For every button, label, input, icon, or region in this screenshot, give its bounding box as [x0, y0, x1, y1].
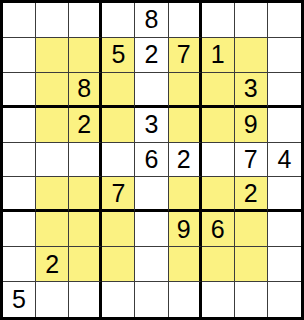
sudoku-board: 85271832396274729625: [0, 0, 304, 320]
cell-r4c1[interactable]: [3, 108, 36, 143]
cell-r7c6[interactable]: 9: [169, 212, 202, 247]
cell-r5c7[interactable]: [202, 143, 235, 178]
cell-r8c7[interactable]: [202, 247, 235, 282]
cell-r4c8[interactable]: 9: [235, 108, 268, 143]
cell-r9c1[interactable]: 5: [3, 282, 36, 317]
cell-r7c4[interactable]: [102, 212, 135, 247]
cell-r7c3[interactable]: [69, 212, 102, 247]
cell-r9c2[interactable]: [36, 282, 69, 317]
cell-r3c8[interactable]: 3: [235, 73, 268, 108]
cell-r3c6[interactable]: [169, 73, 202, 108]
cell-r6c2[interactable]: [36, 177, 69, 212]
cell-r6c8[interactable]: 2: [235, 177, 268, 212]
cell-r7c1[interactable]: [3, 212, 36, 247]
cell-r9c3[interactable]: [69, 282, 102, 317]
cell-r2c7[interactable]: 1: [202, 38, 235, 73]
cell-r9c4[interactable]: [102, 282, 135, 317]
cell-r4c6[interactable]: [169, 108, 202, 143]
cell-r2c3[interactable]: [69, 38, 102, 73]
cell-r4c3[interactable]: 2: [69, 108, 102, 143]
cell-r3c7[interactable]: [202, 73, 235, 108]
cell-r4c5[interactable]: 3: [135, 108, 168, 143]
cell-r5c8[interactable]: 7: [235, 143, 268, 178]
cell-r8c5[interactable]: [135, 247, 168, 282]
cell-r9c9[interactable]: [268, 282, 301, 317]
cell-r3c4[interactable]: [102, 73, 135, 108]
cell-r2c2[interactable]: [36, 38, 69, 73]
cell-r7c5[interactable]: [135, 212, 168, 247]
cell-r1c3[interactable]: [69, 3, 102, 38]
cell-r2c1[interactable]: [3, 38, 36, 73]
cell-r6c5[interactable]: [135, 177, 168, 212]
cell-r4c7[interactable]: [202, 108, 235, 143]
cell-r5c3[interactable]: [69, 143, 102, 178]
cell-r8c8[interactable]: [235, 247, 268, 282]
cell-r5c9[interactable]: 4: [268, 143, 301, 178]
cell-r4c4[interactable]: [102, 108, 135, 143]
cell-r1c7[interactable]: [202, 3, 235, 38]
cell-r1c5[interactable]: 8: [135, 3, 168, 38]
cell-r6c9[interactable]: [268, 177, 301, 212]
cell-r5c5[interactable]: 6: [135, 143, 168, 178]
cell-r4c2[interactable]: [36, 108, 69, 143]
cell-r6c3[interactable]: [69, 177, 102, 212]
cell-r5c1[interactable]: [3, 143, 36, 178]
cell-r2c8[interactable]: [235, 38, 268, 73]
cell-r7c9[interactable]: [268, 212, 301, 247]
cell-r4c9[interactable]: [268, 108, 301, 143]
cell-r1c4[interactable]: [102, 3, 135, 38]
cell-r3c5[interactable]: [135, 73, 168, 108]
cell-r6c1[interactable]: [3, 177, 36, 212]
cell-r9c6[interactable]: [169, 282, 202, 317]
cell-r5c2[interactable]: [36, 143, 69, 178]
cell-r8c1[interactable]: [3, 247, 36, 282]
cell-r1c9[interactable]: [268, 3, 301, 38]
cell-r6c7[interactable]: [202, 177, 235, 212]
sudoku-puzzle: 85271832396274729625: [0, 0, 304, 320]
cell-r3c3[interactable]: 8: [69, 73, 102, 108]
cell-r1c8[interactable]: [235, 3, 268, 38]
cell-r3c2[interactable]: [36, 73, 69, 108]
cell-r1c6[interactable]: [169, 3, 202, 38]
cell-r9c7[interactable]: [202, 282, 235, 317]
cell-r7c2[interactable]: [36, 212, 69, 247]
cell-r5c4[interactable]: [102, 143, 135, 178]
cell-r8c2[interactable]: 2: [36, 247, 69, 282]
cell-r3c9[interactable]: [268, 73, 301, 108]
cell-r8c9[interactable]: [268, 247, 301, 282]
cell-r3c1[interactable]: [3, 73, 36, 108]
cell-r7c7[interactable]: 6: [202, 212, 235, 247]
cell-r9c8[interactable]: [235, 282, 268, 317]
cell-r2c5[interactable]: 2: [135, 38, 168, 73]
cell-r7c8[interactable]: [235, 212, 268, 247]
cell-r2c6[interactable]: 7: [169, 38, 202, 73]
cell-r8c6[interactable]: [169, 247, 202, 282]
cell-r1c2[interactable]: [36, 3, 69, 38]
cell-r6c4[interactable]: 7: [102, 177, 135, 212]
cell-r8c4[interactable]: [102, 247, 135, 282]
cell-r8c3[interactable]: [69, 247, 102, 282]
cell-r5c6[interactable]: 2: [169, 143, 202, 178]
cell-r1c1[interactable]: [3, 3, 36, 38]
cell-r9c5[interactable]: [135, 282, 168, 317]
cell-r6c6[interactable]: [169, 177, 202, 212]
cell-r2c4[interactable]: 5: [102, 38, 135, 73]
cell-r2c9[interactable]: [268, 38, 301, 73]
